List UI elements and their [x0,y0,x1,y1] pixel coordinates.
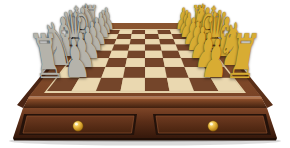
left-knob-highlight [75,123,78,126]
square-b3 [101,67,125,78]
left-drawer-knob[interactable] [73,121,83,131]
square-g2 [102,34,118,39]
square-h3 [118,30,132,34]
right-drawer[interactable] [153,114,271,135]
square-c3 [106,58,128,67]
square-a5 [145,78,170,91]
chess-set-photo: ♜♟♟♜♞♟♟♞♝♟♟♝♚♟♟♚♛♟♟♛♝♟♟♝♞♟♟♞♜♟♟♜ [0,0,290,148]
square-f2 [99,39,116,44]
square-g3 [117,34,132,39]
square-d3 [109,51,128,58]
square-h2 [105,30,120,34]
square-g6 [158,34,173,39]
square-c5 [145,58,165,67]
square-h5 [145,30,158,34]
left-drawer[interactable] [19,114,137,135]
square-d5 [145,51,163,58]
bevel-highlight [28,97,262,100]
square-e4 [128,44,145,50]
square-c4 [125,58,145,67]
square-b4 [123,67,145,78]
square-d6 [162,51,181,58]
square-d4 [127,51,145,58]
square-f6 [159,39,175,44]
square-h4 [132,30,145,34]
right-knob-highlight [210,123,213,126]
square-g4 [131,34,145,39]
square-b5 [145,67,167,78]
square-f4 [130,39,145,44]
right-drawer-knob[interactable] [208,121,218,131]
square-h6 [158,30,172,34]
chess-box-scene [0,0,290,148]
square-e6 [160,44,178,50]
square-a4 [121,78,146,91]
square-c6 [163,58,185,67]
square-f3 [114,39,130,44]
square-e5 [145,44,162,50]
case-bottom-lip [13,138,277,141]
square-f5 [145,39,160,44]
square-g5 [145,34,159,39]
square-e3 [112,44,130,50]
